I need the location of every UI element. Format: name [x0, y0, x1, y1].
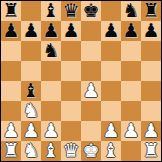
square-h6[interactable]	[141, 41, 161, 61]
black-pawn-b7[interactable]: ♟	[22, 21, 39, 40]
square-a1[interactable]: ♜	[1, 141, 21, 161]
white-knight-b1[interactable]: ♞	[22, 141, 39, 160]
square-f6[interactable]	[101, 41, 121, 61]
square-g5[interactable]	[121, 61, 141, 81]
square-h4[interactable]	[141, 81, 161, 101]
black-bishop-b4[interactable]: ♝	[22, 81, 39, 100]
square-e1[interactable]: ♚	[81, 141, 101, 161]
black-pawn-g7[interactable]: ♟	[122, 21, 139, 40]
square-g2[interactable]: ♟	[121, 121, 141, 141]
white-pawn-c2[interactable]: ♟	[42, 121, 59, 140]
square-h1[interactable]: ♜	[141, 141, 161, 161]
square-g7[interactable]: ♟	[121, 21, 141, 41]
square-a6[interactable]	[1, 41, 21, 61]
white-knight-b3[interactable]: ♞	[22, 101, 39, 120]
square-d7[interactable]: ♟	[61, 21, 81, 41]
square-d5[interactable]	[61, 61, 81, 81]
black-queen-d8[interactable]: ♛	[62, 1, 79, 20]
chess-board: ♜♝♛♚♞♜♟♟♟♟♟♟♟♞♝♟♞♟♟♟♟♟♟♜♞♝♛♚♝♜	[0, 0, 162, 162]
square-d1[interactable]: ♛	[61, 141, 81, 161]
black-pawn-a7[interactable]: ♟	[2, 21, 19, 40]
white-bishop-f1[interactable]: ♝	[102, 141, 119, 160]
white-bishop-c1[interactable]: ♝	[42, 141, 59, 160]
black-pawn-c7[interactable]: ♟	[42, 21, 59, 40]
white-rook-a1[interactable]: ♜	[2, 141, 19, 160]
square-e8[interactable]: ♚	[81, 1, 101, 21]
square-e7[interactable]	[81, 21, 101, 41]
square-a7[interactable]: ♟	[1, 21, 21, 41]
square-d6[interactable]	[61, 41, 81, 61]
black-king-e8[interactable]: ♚	[82, 1, 99, 20]
square-d3[interactable]	[61, 101, 81, 121]
white-pawn-g2[interactable]: ♟	[122, 121, 139, 140]
black-bishop-c8[interactable]: ♝	[42, 1, 59, 20]
black-rook-a8[interactable]: ♜	[2, 1, 19, 20]
square-b7[interactable]: ♟	[21, 21, 41, 41]
square-b1[interactable]: ♞	[21, 141, 41, 161]
square-g1[interactable]	[121, 141, 141, 161]
white-king-e1[interactable]: ♚	[82, 141, 99, 160]
square-g6[interactable]	[121, 41, 141, 61]
black-knight-c6[interactable]: ♞	[42, 41, 59, 60]
black-pawn-f7[interactable]: ♟	[102, 21, 119, 40]
square-g4[interactable]	[121, 81, 141, 101]
white-pawn-f2[interactable]: ♟	[102, 121, 119, 140]
white-pawn-a2[interactable]: ♟	[2, 121, 19, 140]
square-a5[interactable]	[1, 61, 21, 81]
black-rook-h8[interactable]: ♜	[142, 1, 159, 20]
square-f7[interactable]: ♟	[101, 21, 121, 41]
black-pawn-d7[interactable]: ♟	[62, 21, 79, 40]
white-pawn-h2[interactable]: ♟	[142, 121, 159, 140]
square-c5[interactable]	[41, 61, 61, 81]
white-queen-d1[interactable]: ♛	[62, 141, 79, 160]
white-pawn-e4[interactable]: ♟	[82, 81, 99, 100]
square-b6[interactable]	[21, 41, 41, 61]
white-pawn-b2[interactable]: ♟	[22, 121, 39, 140]
white-rook-h1[interactable]: ♜	[142, 141, 159, 160]
square-c1[interactable]: ♝	[41, 141, 61, 161]
square-f1[interactable]: ♝	[101, 141, 121, 161]
square-c6[interactable]: ♞	[41, 41, 61, 61]
square-f4[interactable]	[101, 81, 121, 101]
square-d4[interactable]	[61, 81, 81, 101]
square-a4[interactable]	[1, 81, 21, 101]
black-knight-g8[interactable]: ♞	[122, 1, 139, 20]
square-h5[interactable]	[141, 61, 161, 81]
square-e4[interactable]: ♟	[81, 81, 101, 101]
square-e3[interactable]	[81, 101, 101, 121]
black-pawn-h7[interactable]: ♟	[142, 21, 159, 40]
square-e6[interactable]	[81, 41, 101, 61]
square-c4[interactable]	[41, 81, 61, 101]
square-h7[interactable]: ♟	[141, 21, 161, 41]
square-f5[interactable]	[101, 61, 121, 81]
